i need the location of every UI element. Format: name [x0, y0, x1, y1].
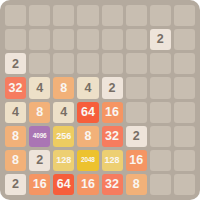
- empty-cell: [126, 53, 147, 74]
- empty-cell: [102, 53, 123, 74]
- empty-cell: [53, 5, 74, 26]
- tile-8: 8: [126, 174, 147, 195]
- empty-cell: [174, 77, 195, 98]
- tile-64: 64: [53, 174, 74, 195]
- tile-2: 2: [5, 53, 26, 74]
- tile-32: 32: [102, 174, 123, 195]
- empty-cell: [150, 126, 171, 147]
- tile-8: 8: [53, 77, 74, 98]
- empty-cell: [174, 174, 195, 195]
- tile-128: 128: [53, 150, 74, 171]
- tile-8: 8: [5, 126, 26, 147]
- empty-cell: [77, 5, 98, 26]
- empty-cell: [174, 150, 195, 171]
- empty-cell: [126, 77, 147, 98]
- tile-2: 2: [5, 174, 26, 195]
- tile-8: 8: [29, 102, 50, 123]
- empty-cell: [126, 29, 147, 50]
- empty-cell: [29, 53, 50, 74]
- empty-cell: [77, 29, 98, 50]
- tile-16: 16: [77, 174, 98, 195]
- empty-cell: [29, 29, 50, 50]
- tile-32: 32: [102, 126, 123, 147]
- empty-cell: [5, 29, 26, 50]
- tile-16: 16: [29, 174, 50, 195]
- board-2048[interactable]: 2232484248464168409625683228212820481281…: [0, 0, 200, 200]
- empty-cell: [29, 5, 50, 26]
- tile-16: 16: [102, 102, 123, 123]
- tile-64: 64: [77, 102, 98, 123]
- empty-cell: [126, 5, 147, 26]
- empty-cell: [174, 102, 195, 123]
- empty-cell: [77, 53, 98, 74]
- empty-cell: [5, 5, 26, 26]
- empty-cell: [174, 29, 195, 50]
- tile-8: 8: [5, 150, 26, 171]
- empty-cell: [174, 5, 195, 26]
- empty-cell: [174, 53, 195, 74]
- empty-cell: [126, 102, 147, 123]
- empty-cell: [150, 53, 171, 74]
- empty-cell: [174, 126, 195, 147]
- empty-cell: [150, 5, 171, 26]
- tile-2: 2: [150, 29, 171, 50]
- empty-cell: [102, 29, 123, 50]
- empty-cell: [150, 150, 171, 171]
- tile-4: 4: [77, 77, 98, 98]
- tile-32: 32: [5, 77, 26, 98]
- tile-16: 16: [126, 150, 147, 171]
- tile-4: 4: [53, 102, 74, 123]
- tile-2: 2: [102, 77, 123, 98]
- empty-cell: [150, 77, 171, 98]
- empty-cell: [150, 102, 171, 123]
- tile-128: 128: [102, 150, 123, 171]
- empty-cell: [102, 5, 123, 26]
- tile-2048: 2048: [77, 150, 98, 171]
- tile-256: 256: [53, 126, 74, 147]
- tile-2: 2: [126, 126, 147, 147]
- empty-cell: [53, 29, 74, 50]
- tile-2: 2: [29, 150, 50, 171]
- empty-cell: [53, 53, 74, 74]
- tile-4096: 4096: [29, 126, 50, 147]
- tile-4: 4: [29, 77, 50, 98]
- empty-cell: [150, 174, 171, 195]
- tile-4: 4: [5, 102, 26, 123]
- tile-8: 8: [77, 126, 98, 147]
